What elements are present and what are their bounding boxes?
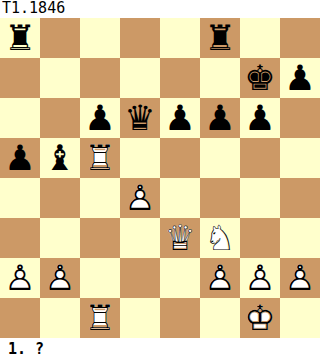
white-pawn-piece: ♟♙ (240, 258, 280, 298)
white-pawn-piece: ♟♙ (0, 258, 40, 298)
square-a5[interactable]: ♟ (0, 138, 40, 178)
square-f8[interactable]: ♜ (200, 18, 240, 58)
black-rook-piece: ♜ (0, 18, 40, 58)
square-h5[interactable] (280, 138, 320, 178)
black-pawn-piece: ♟ (200, 98, 240, 138)
square-h8[interactable] (280, 18, 320, 58)
puzzle-title: T1.1846 (0, 0, 320, 18)
square-a2[interactable]: ♟♙ (0, 258, 40, 298)
square-a1[interactable] (0, 298, 40, 338)
square-b1[interactable] (40, 298, 80, 338)
square-g8[interactable] (240, 18, 280, 58)
square-h4[interactable] (280, 178, 320, 218)
white-pawn-piece: ♟♙ (120, 178, 160, 218)
square-f3[interactable]: ♞♘ (200, 218, 240, 258)
square-f5[interactable] (200, 138, 240, 178)
square-a4[interactable] (0, 178, 40, 218)
square-h3[interactable] (280, 218, 320, 258)
square-h6[interactable] (280, 98, 320, 138)
square-b4[interactable] (40, 178, 80, 218)
square-f7[interactable] (200, 58, 240, 98)
square-g1[interactable]: ♚♔ (240, 298, 280, 338)
square-f6[interactable]: ♟ (200, 98, 240, 138)
white-rook-piece: ♜♖ (80, 138, 120, 178)
square-d6[interactable]: ♛ (120, 98, 160, 138)
square-d7[interactable] (120, 58, 160, 98)
square-c4[interactable] (80, 178, 120, 218)
square-e5[interactable] (160, 138, 200, 178)
square-e6[interactable]: ♟ (160, 98, 200, 138)
white-pawn-piece: ♟♙ (200, 258, 240, 298)
square-b7[interactable] (40, 58, 80, 98)
square-c8[interactable] (80, 18, 120, 58)
square-d4[interactable]: ♟♙ (120, 178, 160, 218)
chess-board: ♜♜♚♟♟♛♟♟♟♟♝♜♖♟♙♛♕♞♘♟♙♟♙♟♙♟♙♟♙♜♖♚♔ (0, 18, 320, 338)
black-king-piece: ♚ (240, 58, 280, 98)
square-e4[interactable] (160, 178, 200, 218)
square-d1[interactable] (120, 298, 160, 338)
black-pawn-piece: ♟ (240, 98, 280, 138)
square-c3[interactable] (80, 218, 120, 258)
square-a7[interactable] (0, 58, 40, 98)
square-b5[interactable]: ♝ (40, 138, 80, 178)
square-c6[interactable]: ♟ (80, 98, 120, 138)
square-h1[interactable] (280, 298, 320, 338)
square-h2[interactable]: ♟♙ (280, 258, 320, 298)
black-pawn-piece: ♟ (80, 98, 120, 138)
square-c7[interactable] (80, 58, 120, 98)
square-e8[interactable] (160, 18, 200, 58)
square-a3[interactable] (0, 218, 40, 258)
black-pawn-piece: ♟ (0, 138, 40, 178)
square-e1[interactable] (160, 298, 200, 338)
square-b6[interactable] (40, 98, 80, 138)
square-b3[interactable] (40, 218, 80, 258)
square-d2[interactable] (120, 258, 160, 298)
square-c2[interactable] (80, 258, 120, 298)
square-g3[interactable] (240, 218, 280, 258)
black-bishop-piece: ♝ (40, 138, 80, 178)
square-d5[interactable] (120, 138, 160, 178)
white-pawn-piece: ♟♙ (280, 258, 320, 298)
white-rook-piece: ♜♖ (80, 298, 120, 338)
square-e7[interactable] (160, 58, 200, 98)
square-g5[interactable] (240, 138, 280, 178)
white-pawn-piece: ♟♙ (40, 258, 80, 298)
square-a8[interactable]: ♜ (0, 18, 40, 58)
white-knight-piece: ♞♘ (200, 218, 240, 258)
square-d3[interactable] (120, 218, 160, 258)
square-e3[interactable]: ♛♕ (160, 218, 200, 258)
black-pawn-piece: ♟ (160, 98, 200, 138)
square-a6[interactable] (0, 98, 40, 138)
square-e2[interactable] (160, 258, 200, 298)
white-king-piece: ♚♔ (240, 298, 280, 338)
black-pawn-piece: ♟ (280, 58, 320, 98)
square-d8[interactable] (120, 18, 160, 58)
square-g2[interactable]: ♟♙ (240, 258, 280, 298)
black-rook-piece: ♜ (200, 18, 240, 58)
white-queen-piece: ♛♕ (160, 218, 200, 258)
square-g4[interactable] (240, 178, 280, 218)
square-c5[interactable]: ♜♖ (80, 138, 120, 178)
square-f2[interactable]: ♟♙ (200, 258, 240, 298)
square-f4[interactable] (200, 178, 240, 218)
move-prompt: 1. ? (0, 338, 320, 360)
square-g7[interactable]: ♚ (240, 58, 280, 98)
square-f1[interactable] (200, 298, 240, 338)
square-c1[interactable]: ♜♖ (80, 298, 120, 338)
square-g6[interactable]: ♟ (240, 98, 280, 138)
square-b2[interactable]: ♟♙ (40, 258, 80, 298)
black-queen-piece: ♛ (120, 98, 160, 138)
square-h7[interactable]: ♟ (280, 58, 320, 98)
square-b8[interactable] (40, 18, 80, 58)
